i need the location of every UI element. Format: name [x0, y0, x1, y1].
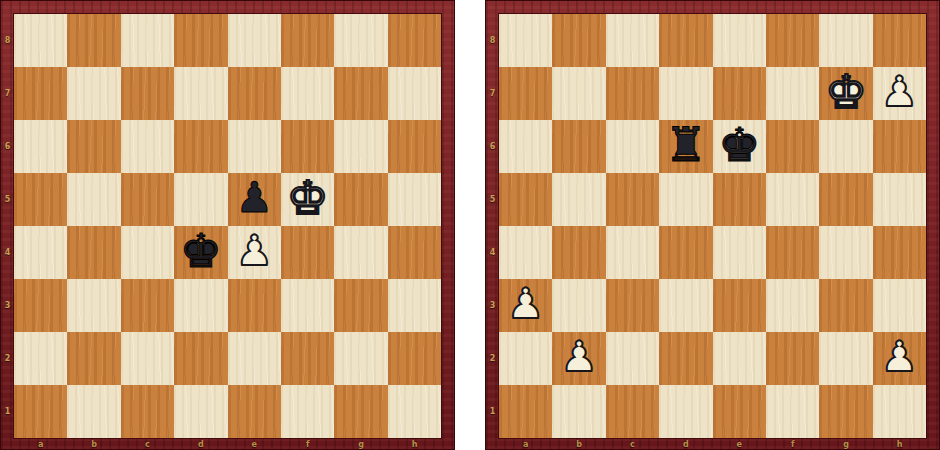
square-f1-left[interactable]	[281, 385, 334, 438]
square-d6-right[interactable]: ♜	[659, 120, 712, 173]
square-b4-left[interactable]	[67, 226, 120, 279]
square-b2-left[interactable]	[67, 332, 120, 385]
square-b1-right[interactable]	[552, 385, 605, 438]
chess-diagrams-row: ♟♚♚♟87654321abcdefgh♚♟♜♚♟♟♟87654321abcde…	[0, 0, 940, 450]
square-a1-right[interactable]	[499, 385, 552, 438]
square-c6-right[interactable]	[606, 120, 659, 173]
rank-label-1: 1	[486, 385, 499, 438]
white-king-piece[interactable]: ♚	[825, 65, 867, 118]
rank-label-5: 5	[1, 173, 14, 226]
rank-label-6: 6	[1, 120, 14, 173]
square-g6-right[interactable]	[819, 120, 872, 173]
square-g3-left[interactable]	[334, 279, 387, 332]
square-b8-right[interactable]	[552, 14, 605, 67]
square-a5-right[interactable]	[499, 173, 552, 226]
square-a6-left[interactable]	[14, 120, 67, 173]
square-g6-left[interactable]	[334, 120, 387, 173]
square-f2-right[interactable]	[766, 332, 819, 385]
square-e4-right[interactable]	[713, 226, 766, 279]
square-c4-right[interactable]	[606, 226, 659, 279]
rank-label-5: 5	[486, 173, 499, 226]
board-frame-left-diagram: ♟♚♚♟87654321abcdefgh	[0, 0, 455, 450]
square-h4-left[interactable]	[388, 226, 441, 279]
square-b3-right[interactable]	[552, 279, 605, 332]
square-b7-right[interactable]	[552, 67, 605, 120]
square-h2-left[interactable]	[388, 332, 441, 385]
square-a4-right[interactable]	[499, 226, 552, 279]
square-b8-left[interactable]	[67, 14, 120, 67]
square-f7-right[interactable]	[766, 67, 819, 120]
file-label-e: e	[713, 438, 766, 450]
square-d7-right[interactable]	[659, 67, 712, 120]
square-h6-right[interactable]	[873, 120, 926, 173]
file-label-h: h	[388, 438, 441, 450]
square-a3-left[interactable]	[14, 279, 67, 332]
square-d4-right[interactable]	[659, 226, 712, 279]
square-g4-left[interactable]	[334, 226, 387, 279]
square-g7-left[interactable]	[334, 67, 387, 120]
rank-label-7: 7	[1, 67, 14, 120]
square-f6-left[interactable]	[281, 120, 334, 173]
square-h8-left[interactable]	[388, 14, 441, 67]
square-e8-right[interactable]	[713, 14, 766, 67]
square-d4-left[interactable]: ♚	[174, 226, 227, 279]
square-g5-left[interactable]	[334, 173, 387, 226]
square-f6-right[interactable]	[766, 120, 819, 173]
square-d3-left[interactable]	[174, 279, 227, 332]
square-c2-right[interactable]	[606, 332, 659, 385]
square-f3-right[interactable]	[766, 279, 819, 332]
square-b6-left[interactable]	[67, 120, 120, 173]
square-a3-right[interactable]: ♟	[499, 279, 552, 332]
square-h7-right[interactable]: ♟	[873, 67, 926, 120]
square-f7-left[interactable]	[281, 67, 334, 120]
rank-label-3: 3	[1, 279, 14, 332]
square-d2-right[interactable]	[659, 332, 712, 385]
square-d8-left[interactable]	[174, 14, 227, 67]
black-rook-piece[interactable]: ♜	[665, 118, 707, 171]
file-label-d: d	[659, 438, 712, 450]
square-b5-left[interactable]	[67, 173, 120, 226]
square-c4-left[interactable]	[121, 226, 174, 279]
square-b6-right[interactable]	[552, 120, 605, 173]
rank-label-7: 7	[486, 67, 499, 120]
square-e2-left[interactable]	[228, 332, 281, 385]
square-e1-left[interactable]	[228, 385, 281, 438]
square-c8-left[interactable]	[121, 14, 174, 67]
rank-label-8: 8	[1, 14, 14, 67]
square-a7-left[interactable]	[14, 67, 67, 120]
board-grid-right-diagram: ♚♟♜♚♟♟♟	[499, 14, 926, 438]
file-label-a: a	[499, 438, 552, 450]
square-f8-left[interactable]	[281, 14, 334, 67]
square-f4-left[interactable]	[281, 226, 334, 279]
square-d1-right[interactable]	[659, 385, 712, 438]
square-h8-right[interactable]	[873, 14, 926, 67]
square-e3-left[interactable]	[228, 279, 281, 332]
square-c7-left[interactable]	[121, 67, 174, 120]
square-c5-left[interactable]	[121, 173, 174, 226]
rank-label-2: 2	[1, 332, 14, 385]
white-pawn-piece[interactable]: ♟	[881, 65, 919, 118]
square-e7-right[interactable]	[713, 67, 766, 120]
square-a2-left[interactable]	[14, 332, 67, 385]
square-a7-right[interactable]	[499, 67, 552, 120]
square-h6-left[interactable]	[388, 120, 441, 173]
square-h1-right[interactable]	[873, 385, 926, 438]
rank-label-4: 4	[1, 226, 14, 279]
square-b2-right[interactable]: ♟	[552, 332, 605, 385]
square-h3-left[interactable]	[388, 279, 441, 332]
white-pawn-piece[interactable]: ♟	[881, 330, 919, 383]
white-pawn-piece[interactable]: ♟	[235, 224, 273, 277]
square-b4-right[interactable]	[552, 226, 605, 279]
square-a6-right[interactable]	[499, 120, 552, 173]
file-label-g: g	[819, 438, 872, 450]
square-h5-left[interactable]	[388, 173, 441, 226]
square-b3-left[interactable]	[67, 279, 120, 332]
square-d7-left[interactable]	[174, 67, 227, 120]
square-f8-right[interactable]	[766, 14, 819, 67]
file-label-b: b	[552, 438, 605, 450]
square-f5-left[interactable]: ♚	[281, 173, 334, 226]
file-label-a: a	[14, 438, 67, 450]
file-label-c: c	[121, 438, 174, 450]
file-label-d: d	[174, 438, 227, 450]
square-e7-left[interactable]	[228, 67, 281, 120]
square-c5-right[interactable]	[606, 173, 659, 226]
square-h2-right[interactable]: ♟	[873, 332, 926, 385]
square-g2-right[interactable]	[819, 332, 872, 385]
square-e3-right[interactable]	[713, 279, 766, 332]
square-b5-right[interactable]	[552, 173, 605, 226]
rank-label-4: 4	[486, 226, 499, 279]
white-pawn-piece[interactable]: ♟	[507, 277, 545, 330]
square-g8-left[interactable]	[334, 14, 387, 67]
file-label-b: b	[67, 438, 120, 450]
square-d2-left[interactable]	[174, 332, 227, 385]
square-g4-right[interactable]	[819, 226, 872, 279]
file-label-e: e	[228, 438, 281, 450]
square-d3-right[interactable]	[659, 279, 712, 332]
rank-label-2: 2	[486, 332, 499, 385]
square-d8-right[interactable]	[659, 14, 712, 67]
square-c3-right[interactable]	[606, 279, 659, 332]
rank-label-1: 1	[1, 385, 14, 438]
square-g1-right[interactable]	[819, 385, 872, 438]
square-e6-left[interactable]	[228, 120, 281, 173]
square-h4-right[interactable]	[873, 226, 926, 279]
square-a8-left[interactable]	[14, 14, 67, 67]
file-label-f: f	[281, 438, 334, 450]
file-label-c: c	[606, 438, 659, 450]
square-g8-right[interactable]	[819, 14, 872, 67]
rank-label-3: 3	[486, 279, 499, 332]
square-c3-left[interactable]	[121, 279, 174, 332]
square-h1-left[interactable]	[388, 385, 441, 438]
square-g1-left[interactable]	[334, 385, 387, 438]
square-c6-left[interactable]	[121, 120, 174, 173]
square-a4-left[interactable]	[14, 226, 67, 279]
square-g7-right[interactable]: ♚	[819, 67, 872, 120]
board-frame-right-diagram: ♚♟♜♚♟♟♟87654321abcdefgh	[485, 0, 940, 450]
file-label-g: g	[334, 438, 387, 450]
square-d1-left[interactable]	[174, 385, 227, 438]
square-e6-right[interactable]: ♚	[713, 120, 766, 173]
square-g3-right[interactable]	[819, 279, 872, 332]
black-king-piece[interactable]: ♚	[718, 118, 760, 171]
square-e5-right[interactable]	[713, 173, 766, 226]
square-a5-left[interactable]	[14, 173, 67, 226]
square-d5-right[interactable]	[659, 173, 712, 226]
black-king-piece[interactable]: ♚	[180, 224, 222, 277]
square-a1-left[interactable]	[14, 385, 67, 438]
square-b1-left[interactable]	[67, 385, 120, 438]
file-label-h: h	[873, 438, 926, 450]
square-e8-left[interactable]	[228, 14, 281, 67]
square-g5-right[interactable]	[819, 173, 872, 226]
black-pawn-piece[interactable]: ♟	[235, 171, 273, 224]
square-f2-left[interactable]	[281, 332, 334, 385]
square-g2-left[interactable]	[334, 332, 387, 385]
square-c2-left[interactable]	[121, 332, 174, 385]
square-f4-right[interactable]	[766, 226, 819, 279]
square-e2-right[interactable]	[713, 332, 766, 385]
square-f5-right[interactable]	[766, 173, 819, 226]
rank-label-6: 6	[486, 120, 499, 173]
square-e1-right[interactable]	[713, 385, 766, 438]
board-grid-left-diagram: ♟♚♚♟	[14, 14, 441, 438]
square-b7-left[interactable]	[67, 67, 120, 120]
square-c1-right[interactable]	[606, 385, 659, 438]
square-c8-right[interactable]	[606, 14, 659, 67]
square-h5-right[interactable]	[873, 173, 926, 226]
square-e4-left[interactable]: ♟	[228, 226, 281, 279]
square-c1-left[interactable]	[121, 385, 174, 438]
square-c7-right[interactable]	[606, 67, 659, 120]
square-d5-left[interactable]	[174, 173, 227, 226]
white-pawn-piece[interactable]: ♟	[560, 330, 598, 383]
square-h3-right[interactable]	[873, 279, 926, 332]
square-f3-left[interactable]	[281, 279, 334, 332]
rank-label-8: 8	[486, 14, 499, 67]
square-h7-left[interactable]	[388, 67, 441, 120]
square-f1-right[interactable]	[766, 385, 819, 438]
square-e5-left[interactable]: ♟	[228, 173, 281, 226]
file-label-f: f	[766, 438, 819, 450]
square-a2-right[interactable]	[499, 332, 552, 385]
square-a8-right[interactable]	[499, 14, 552, 67]
square-d6-left[interactable]	[174, 120, 227, 173]
white-king-piece[interactable]: ♚	[287, 171, 329, 224]
